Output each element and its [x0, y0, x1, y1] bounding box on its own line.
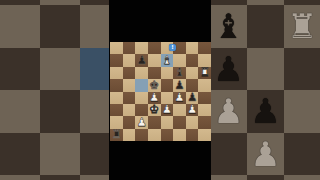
square-b7[interactable] [123, 54, 136, 66]
square-a5[interactable] [110, 79, 123, 91]
background-square [284, 175, 320, 180]
square-h2[interactable] [198, 116, 211, 128]
background-square [0, 175, 40, 180]
background-square: ♜ [284, 5, 320, 48]
white-piece-g3: ♟ [187, 104, 197, 116]
white-piece-d3: ♚ [149, 104, 159, 116]
background-square: ♟ [210, 48, 247, 91]
square-h5[interactable] [198, 79, 211, 91]
square-h1[interactable] [198, 129, 211, 141]
background-square [247, 48, 284, 91]
background-square [0, 48, 40, 91]
square-f2[interactable] [173, 116, 186, 128]
white-piece-f4: ♟ [174, 92, 184, 104]
square-g6[interactable] [186, 67, 199, 79]
background-square [247, 5, 284, 48]
background-square [80, 175, 110, 180]
square-d3[interactable]: ♚ [148, 104, 161, 116]
background-board-right: ♝♜♟♟♟♟ [210, 0, 320, 180]
square-h3[interactable] [198, 104, 211, 116]
background-square [210, 133, 247, 176]
square-c7[interactable]: ♟ [135, 54, 148, 66]
background-square: ♟ [247, 133, 284, 176]
background-black-piece: ♝ [213, 9, 243, 43]
square-h6[interactable]: ♜ [198, 67, 211, 79]
square-d2[interactable] [148, 116, 161, 128]
background-black-piece: ♟ [213, 52, 243, 86]
square-e7[interactable]: ♝ [161, 54, 174, 66]
square-f3[interactable] [173, 104, 186, 116]
square-c5[interactable] [135, 79, 148, 91]
white-piece-h6: ♜ [200, 67, 210, 79]
great-move-symbol: ! [171, 45, 174, 51]
square-c6[interactable] [135, 67, 148, 79]
background-square [284, 90, 320, 133]
square-a1[interactable]: ♜ [110, 129, 123, 141]
background-square [247, 175, 284, 180]
background-black-piece: ♟ [250, 94, 280, 128]
background-white-piece: ♟ [250, 137, 280, 171]
white-piece-c2: ♟ [136, 117, 146, 129]
square-g7[interactable] [186, 54, 199, 66]
white-piece-e3: ♟ [162, 104, 172, 116]
square-a3[interactable] [110, 104, 123, 116]
black-piece-c7: ♟ [136, 55, 146, 67]
square-d8[interactable] [148, 42, 161, 54]
background-square: ♟ [247, 90, 284, 133]
chess-board: ♟♝♝♜♚♟♟♟♟♚♟♟♟♜ [110, 42, 211, 141]
background-square [40, 175, 80, 180]
background-white-piece: ♟ [213, 94, 243, 128]
background-square [80, 5, 110, 48]
square-a7[interactable] [110, 54, 123, 66]
white-piece-e7: ♝ [162, 55, 172, 67]
square-h4[interactable] [198, 92, 211, 104]
black-piece-f6: ♝ [174, 67, 184, 79]
background-square [0, 5, 40, 48]
background-square [40, 133, 80, 176]
background-square [80, 133, 110, 176]
square-c1[interactable] [135, 129, 148, 141]
square-b2[interactable] [123, 116, 136, 128]
square-h8[interactable] [198, 42, 211, 54]
background-square: ♝ [210, 5, 247, 48]
square-b4[interactable] [123, 92, 136, 104]
square-b6[interactable] [123, 67, 136, 79]
square-g3[interactable]: ♟ [186, 104, 199, 116]
background-square [210, 175, 247, 180]
black-piece-a1: ♜ [111, 129, 121, 141]
square-b1[interactable] [123, 129, 136, 141]
background-square [40, 90, 80, 133]
background-square: ♟ [210, 90, 247, 133]
square-e3[interactable]: ♟ [161, 104, 174, 116]
background-board-left [0, 0, 110, 180]
background-square [284, 48, 320, 91]
square-c4[interactable] [135, 92, 148, 104]
background-square [80, 90, 110, 133]
square-g8[interactable] [186, 42, 199, 54]
square-f1[interactable] [173, 129, 186, 141]
square-a6[interactable] [110, 67, 123, 79]
square-e5[interactable] [161, 79, 174, 91]
square-g1[interactable] [186, 129, 199, 141]
great-move-badge: ! [169, 44, 176, 51]
background-white-piece: ♜ [287, 9, 317, 43]
square-a4[interactable] [110, 92, 123, 104]
square-d7[interactable] [148, 54, 161, 66]
background-square [284, 133, 320, 176]
background-square [80, 48, 110, 91]
square-c2[interactable]: ♟ [135, 116, 148, 128]
square-g2[interactable] [186, 116, 199, 128]
square-e1[interactable] [161, 129, 174, 141]
square-f4[interactable]: ♟ [173, 92, 186, 104]
background-square [0, 133, 40, 176]
square-b8[interactable] [123, 42, 136, 54]
background-square [40, 48, 80, 91]
square-e6[interactable] [161, 67, 174, 79]
square-a8[interactable] [110, 42, 123, 54]
square-e2[interactable] [161, 116, 174, 128]
square-b5[interactable] [123, 79, 136, 91]
background-square [40, 5, 80, 48]
square-b3[interactable] [123, 104, 136, 116]
background-square [0, 90, 40, 133]
square-d1[interactable] [148, 129, 161, 141]
video-frame: ♝♜♟♟♟♟ ♟♝♝♜♚♟♟♟♟♚♟♟♟♜ ! [0, 0, 320, 180]
